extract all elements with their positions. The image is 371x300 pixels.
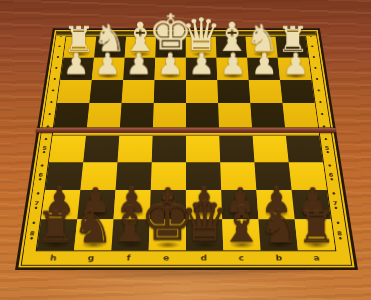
square-h5[interactable]: [49, 136, 86, 162]
hinge-lip: [52, 133, 319, 136]
square-f2[interactable]: ♟: [123, 58, 155, 80]
file-label-a: a: [297, 251, 336, 265]
piece-white-pawn-a2[interactable]: ♟: [282, 50, 309, 80]
square-b2[interactable]: ♟: [247, 58, 280, 80]
piece-white-pawn-g2[interactable]: ♟: [94, 50, 121, 80]
piece-white-pawn-h2[interactable]: ♟: [62, 50, 89, 80]
piece-black-bishop-c8[interactable]: ♝: [219, 200, 263, 249]
board-hinge: [35, 127, 337, 136]
file-label-e: e: [147, 251, 185, 265]
square-b5[interactable]: [252, 136, 288, 162]
square-a2[interactable]: ♟: [277, 58, 311, 80]
piece-black-rook-h8[interactable]: ♜: [36, 206, 75, 249]
square-b4[interactable]: [250, 103, 285, 127]
board-border-band: 5678 ♜♞♝♚♛♝♞♜♟♟♟♟♟♟♟♟♟♟♟♟♟♟♟♟♜♞♝♚♛♝♞♜ 56…: [20, 31, 352, 266]
board-frame: 5678 ♜♞♝♚♛♝♞♜♟♟♟♟♟♟♟♟♟♟♟♟♟♟♟♟♜♞♝♚♛♝♞♜ 56…: [15, 28, 358, 270]
square-h3[interactable]: [57, 80, 92, 103]
square-g4[interactable]: [86, 103, 121, 127]
inner-pinstripe: ♜♞♝♚♛♝♞♜♟♟♟♟♟♟♟♟♟♟♟♟♟♟♟♟♜♞♝♚♛♝♞♜: [35, 36, 336, 251]
square-g2[interactable]: ♟: [91, 58, 124, 80]
file-label-b: b: [259, 251, 298, 265]
file-labels: hgfedcba: [33, 251, 336, 265]
square-d4[interactable]: [186, 103, 219, 127]
square-b8[interactable]: ♞: [258, 219, 297, 250]
file-label-g: g: [71, 251, 110, 265]
square-e2[interactable]: ♟: [154, 58, 185, 80]
file-label-d: d: [185, 251, 223, 265]
square-f5[interactable]: [117, 136, 152, 162]
piece-black-rook-a8[interactable]: ♜: [297, 206, 336, 249]
near-border: hgfedcba: [21, 251, 350, 265]
square-d3[interactable]: [186, 80, 218, 103]
square-g5[interactable]: [83, 136, 119, 162]
square-c5[interactable]: [219, 136, 254, 162]
square-a3[interactable]: [280, 80, 315, 103]
square-g3[interactable]: [89, 80, 123, 103]
file-label-c: c: [222, 251, 260, 265]
square-f3[interactable]: [121, 80, 154, 103]
file-label-f: f: [109, 251, 147, 265]
chess-board: 5678 ♜♞♝♚♛♝♞♜♟♟♟♟♟♟♟♟♟♟♟♟♟♟♟♟♜♞♝♚♛♝♞♜ 56…: [15, 28, 358, 270]
piece-black-knight-b8[interactable]: ♞: [258, 203, 299, 249]
piece-white-pawn-e2[interactable]: ♟: [157, 50, 184, 80]
table-surface: 5678 ♜♞♝♚♛♝♞♜♟♟♟♟♟♟♟♟♟♟♟♟♟♟♟♟♜♞♝♚♛♝♞♜ 56…: [0, 0, 371, 300]
piece-white-pawn-c2[interactable]: ♟: [219, 50, 246, 80]
square-b3[interactable]: [248, 80, 282, 103]
square-a8[interactable]: ♜: [294, 219, 335, 250]
square-c4[interactable]: [218, 103, 252, 127]
square-h4[interactable]: [53, 103, 89, 127]
square-c3[interactable]: [217, 80, 250, 103]
square-f4[interactable]: [119, 103, 153, 127]
piece-white-pawn-b2[interactable]: ♟: [251, 50, 278, 80]
square-a4[interactable]: [282, 103, 318, 127]
square-e4[interactable]: [152, 103, 185, 127]
square-h2[interactable]: ♟: [60, 58, 94, 80]
square-d8[interactable]: ♛: [186, 219, 223, 250]
square-a5[interactable]: [286, 136, 323, 162]
square-c8[interactable]: ♝: [222, 219, 260, 250]
square-c2[interactable]: ♟: [216, 58, 248, 80]
square-d5[interactable]: [186, 136, 220, 162]
square-h8[interactable]: ♜: [36, 219, 77, 250]
square-d2[interactable]: ♟: [186, 58, 217, 80]
file-label-h: h: [33, 251, 72, 265]
squares-grid: ♜♞♝♚♛♝♞♜♟♟♟♟♟♟♟♟♟♟♟♟♟♟♟♟♜♞♝♚♛♝♞♜: [36, 37, 335, 250]
piece-black-knight-g8[interactable]: ♞: [72, 203, 113, 249]
piece-white-pawn-d2[interactable]: ♟: [188, 50, 215, 80]
square-e3[interactable]: [153, 80, 185, 103]
piece-white-pawn-f2[interactable]: ♟: [125, 50, 152, 80]
square-e5[interactable]: [151, 136, 185, 162]
